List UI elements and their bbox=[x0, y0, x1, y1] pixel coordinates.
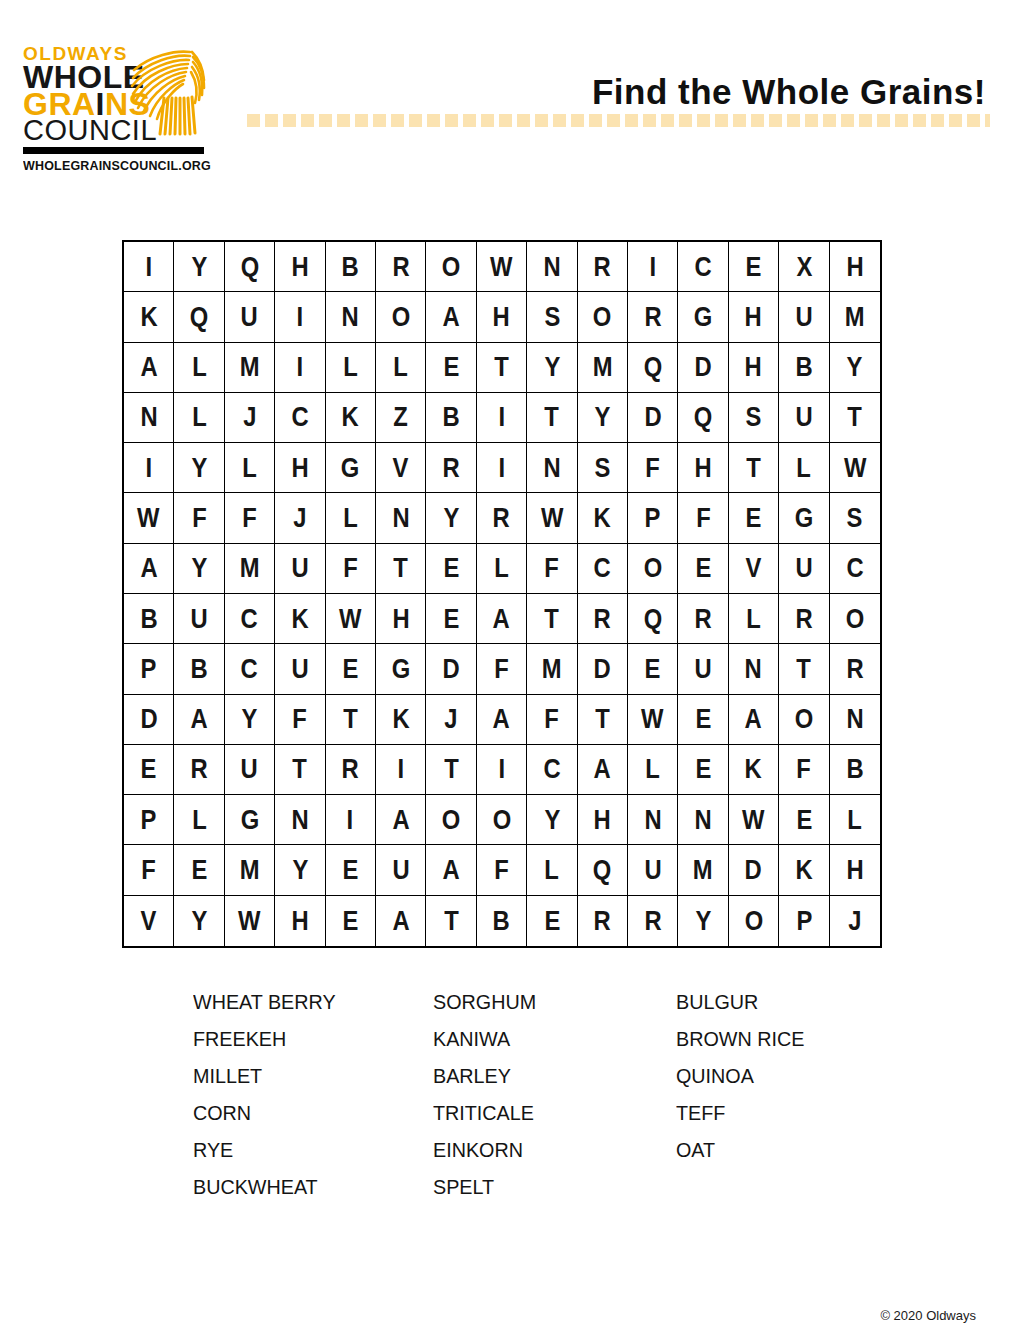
grid-letter: R bbox=[392, 251, 409, 283]
grid-cell[interactable]: S bbox=[830, 493, 880, 543]
grid-cell[interactable]: R bbox=[578, 242, 628, 292]
grid-letter: R bbox=[694, 603, 711, 635]
grid-cell[interactable]: Y bbox=[527, 795, 577, 845]
grid-cell[interactable]: B bbox=[426, 393, 476, 443]
grid-cell[interactable]: F bbox=[326, 544, 376, 594]
grid-letter: T bbox=[343, 703, 358, 735]
grid-cell[interactable]: C bbox=[225, 594, 275, 644]
grid-cell[interactable]: E bbox=[174, 845, 224, 895]
grid-cell[interactable]: N bbox=[326, 292, 376, 342]
copyright: © 2020 Oldways bbox=[880, 1308, 976, 1323]
grid-letter: U bbox=[644, 854, 661, 886]
grid-letter: U bbox=[291, 552, 308, 584]
grid-cell[interactable]: E bbox=[678, 695, 728, 745]
grid-cell[interactable]: O bbox=[477, 795, 527, 845]
grid-cell[interactable]: A bbox=[426, 845, 476, 895]
grid-letter: O bbox=[744, 905, 763, 937]
grid-letter: L bbox=[746, 603, 761, 635]
grid-letter: A bbox=[493, 703, 510, 735]
grid-letter: U bbox=[392, 854, 409, 886]
grid-cell[interactable]: C bbox=[275, 393, 325, 443]
grid-cell[interactable]: E bbox=[326, 896, 376, 946]
grid-cell[interactable]: C bbox=[830, 544, 880, 594]
grid-letter: B bbox=[795, 351, 812, 383]
word-list-item: BROWN RICE bbox=[676, 1020, 804, 1057]
grid-cell[interactable]: E bbox=[426, 594, 476, 644]
grid-letter: C bbox=[241, 603, 258, 635]
grid-letter: E bbox=[141, 753, 157, 785]
grid-cell[interactable]: Z bbox=[376, 393, 426, 443]
grid-cell[interactable]: U bbox=[779, 292, 829, 342]
grid-cell[interactable]: K bbox=[326, 393, 376, 443]
grid-cell[interactable]: W bbox=[527, 493, 577, 543]
grid-cell[interactable]: H bbox=[830, 242, 880, 292]
grid-cell[interactable]: Y bbox=[275, 845, 325, 895]
grid-letter: I bbox=[498, 401, 505, 433]
grid-cell[interactable]: B bbox=[477, 896, 527, 946]
grid-letter: T bbox=[393, 552, 408, 584]
grid-cell[interactable]: M bbox=[225, 544, 275, 594]
grid-letter: I bbox=[297, 301, 304, 333]
grid-cell[interactable]: P bbox=[628, 493, 678, 543]
grid-letter: E bbox=[645, 653, 661, 685]
grid-cell[interactable]: T bbox=[527, 594, 577, 644]
grid-letter: F bbox=[494, 854, 509, 886]
grid-cell[interactable]: N bbox=[527, 443, 577, 493]
grid-cell[interactable]: F bbox=[779, 745, 829, 795]
grid-cell[interactable]: R bbox=[326, 745, 376, 795]
grid-cell[interactable]: Y bbox=[174, 896, 224, 946]
grid-letter: Q bbox=[240, 251, 259, 283]
grid-cell[interactable]: R bbox=[628, 292, 678, 342]
grid-letter: K bbox=[795, 854, 812, 886]
grid-letter: F bbox=[797, 753, 812, 785]
grid-letter: W bbox=[844, 452, 866, 484]
grid-cell[interactable]: W bbox=[477, 242, 527, 292]
grid-cell[interactable]: M bbox=[225, 343, 275, 393]
grid-cell[interactable]: E bbox=[326, 644, 376, 694]
grid-letter: E bbox=[695, 753, 711, 785]
grid-cell[interactable]: I bbox=[124, 242, 174, 292]
grid-letter: U bbox=[291, 653, 308, 685]
grid-letter: S bbox=[594, 452, 610, 484]
grid-cell[interactable]: N bbox=[628, 795, 678, 845]
grid-cell[interactable]: Y bbox=[578, 393, 628, 443]
grid-letter: D bbox=[694, 351, 711, 383]
grid-cell[interactable]: A bbox=[376, 896, 426, 946]
grid-cell[interactable]: L bbox=[628, 745, 678, 795]
grid-cell[interactable]: L bbox=[225, 443, 275, 493]
grid-letter: J bbox=[243, 401, 256, 433]
grid-cell[interactable]: U bbox=[275, 544, 325, 594]
grid-cell[interactable]: U bbox=[678, 644, 728, 694]
grid-cell[interactable]: C bbox=[678, 242, 728, 292]
grid-cell[interactable]: E bbox=[678, 544, 728, 594]
grid-letter: M bbox=[592, 351, 612, 383]
grid-letter: R bbox=[442, 452, 459, 484]
grid-cell[interactable]: I bbox=[477, 745, 527, 795]
grid-cell[interactable]: E bbox=[527, 896, 577, 946]
grid-cell[interactable]: N bbox=[124, 393, 174, 443]
grid-cell[interactable]: V bbox=[376, 443, 426, 493]
grid-letter: I bbox=[498, 452, 505, 484]
grid-cell[interactable]: F bbox=[678, 493, 728, 543]
grid-cell[interactable]: H bbox=[477, 292, 527, 342]
grid-letter: H bbox=[846, 251, 863, 283]
word-list-item: WHEAT BERRY bbox=[193, 983, 336, 1020]
grid-cell[interactable]: W bbox=[628, 695, 678, 745]
grid-letter: P bbox=[141, 804, 157, 836]
grid-letter: H bbox=[745, 351, 762, 383]
grid-cell[interactable]: L bbox=[729, 594, 779, 644]
grid-letter: S bbox=[544, 301, 560, 333]
grid-cell[interactable]: H bbox=[578, 795, 628, 845]
grid-cell[interactable]: F bbox=[527, 695, 577, 745]
grid-cell[interactable]: K bbox=[124, 292, 174, 342]
grid-letter: N bbox=[543, 251, 560, 283]
grid-letter: Y bbox=[191, 552, 207, 584]
grid-letter: V bbox=[746, 552, 762, 584]
grid-letter: A bbox=[493, 603, 510, 635]
grid-cell[interactable]: F bbox=[275, 695, 325, 745]
grid-cell[interactable]: N bbox=[527, 242, 577, 292]
grid-cell[interactable]: Y bbox=[225, 695, 275, 745]
grid-letter: W bbox=[541, 502, 563, 534]
grid-cell[interactable]: J bbox=[426, 695, 476, 745]
grid-cell[interactable]: F bbox=[477, 644, 527, 694]
grid-cell[interactable]: L bbox=[326, 343, 376, 393]
grid-cell[interactable]: T bbox=[426, 745, 476, 795]
grid-letter: T bbox=[797, 653, 812, 685]
word-list-item: FREEKEH bbox=[193, 1020, 336, 1057]
grid-cell[interactable]: O bbox=[426, 242, 476, 292]
grid-cell[interactable]: U bbox=[779, 393, 829, 443]
grid-letter: E bbox=[342, 854, 358, 886]
grid-cell[interactable]: O bbox=[729, 896, 779, 946]
grid-cell[interactable]: N bbox=[830, 695, 880, 745]
grid-cell[interactable]: G bbox=[678, 292, 728, 342]
grid-cell[interactable]: R bbox=[578, 594, 628, 644]
grid-cell[interactable]: E bbox=[779, 795, 829, 845]
grid-cell[interactable]: Y bbox=[527, 343, 577, 393]
grid-cell[interactable]: Y bbox=[174, 242, 224, 292]
grid-cell[interactable]: E bbox=[426, 544, 476, 594]
grid-cell[interactable]: L bbox=[830, 795, 880, 845]
word-list-item: QUINOA bbox=[676, 1057, 804, 1094]
grid-letter: F bbox=[696, 502, 711, 534]
grid-cell[interactable]: O bbox=[376, 292, 426, 342]
grid-cell[interactable]: X bbox=[779, 242, 829, 292]
grid-letter: T bbox=[848, 401, 863, 433]
grid-letter: O bbox=[846, 603, 865, 635]
grid-cell[interactable]: R bbox=[628, 896, 678, 946]
grid-cell[interactable]: L bbox=[174, 343, 224, 393]
grid-cell[interactable]: G bbox=[376, 644, 426, 694]
grid-cell[interactable]: D bbox=[426, 644, 476, 694]
grid-cell[interactable]: S bbox=[578, 443, 628, 493]
grid-cell[interactable]: S bbox=[729, 393, 779, 443]
grid-cell[interactable]: N bbox=[678, 795, 728, 845]
grid-cell[interactable]: E bbox=[729, 493, 779, 543]
grid-cell[interactable]: A bbox=[124, 343, 174, 393]
grid-letter: G bbox=[795, 502, 814, 534]
grid-cell[interactable]: M bbox=[678, 845, 728, 895]
grid-cell[interactable]: I bbox=[477, 393, 527, 443]
grid-cell[interactable]: L bbox=[174, 795, 224, 845]
grid-cell[interactable]: M bbox=[578, 343, 628, 393]
grid-cell[interactable]: L bbox=[527, 845, 577, 895]
grid-cell[interactable]: L bbox=[779, 443, 829, 493]
grid-cell[interactable]: T bbox=[326, 695, 376, 745]
grid-letter: U bbox=[795, 552, 812, 584]
grid-cell[interactable]: I bbox=[275, 343, 325, 393]
logo-website-text: WHOLEGRAINSCOUNCIL.ORG bbox=[23, 158, 201, 173]
grid-letter: L bbox=[192, 351, 207, 383]
grid-letter: U bbox=[190, 603, 207, 635]
grid-cell[interactable]: A bbox=[477, 695, 527, 745]
grid-cell[interactable]: Y bbox=[678, 896, 728, 946]
grid-cell[interactable]: P bbox=[124, 795, 174, 845]
grid-cell[interactable]: K bbox=[779, 845, 829, 895]
grid-cell[interactable]: N bbox=[729, 644, 779, 694]
grid-cell[interactable]: K bbox=[275, 594, 325, 644]
grid-cell[interactable]: U bbox=[628, 845, 678, 895]
grid-letter: O bbox=[442, 251, 461, 283]
grid-cell[interactable]: O bbox=[830, 594, 880, 644]
grid-letter: D bbox=[442, 653, 459, 685]
grid-cell[interactable]: I bbox=[477, 443, 527, 493]
grid-cell[interactable]: O bbox=[628, 544, 678, 594]
word-list-item: SPELT bbox=[433, 1168, 536, 1205]
grid-cell[interactable]: O bbox=[426, 795, 476, 845]
grid-cell[interactable]: B bbox=[174, 644, 224, 694]
grid-cell[interactable]: I bbox=[275, 292, 325, 342]
grid-cell[interactable]: F bbox=[477, 845, 527, 895]
grid-cell[interactable]: R bbox=[376, 242, 426, 292]
grid-cell[interactable]: J bbox=[275, 493, 325, 543]
grid-cell[interactable]: Q bbox=[628, 343, 678, 393]
grid-cell[interactable]: R bbox=[678, 594, 728, 644]
grid-cell[interactable]: D bbox=[678, 343, 728, 393]
grid-letter: S bbox=[847, 502, 863, 534]
grid-cell[interactable]: O bbox=[578, 292, 628, 342]
grid-cell[interactable]: E bbox=[426, 343, 476, 393]
grid-cell[interactable]: A bbox=[376, 795, 426, 845]
grid-cell[interactable]: B bbox=[779, 343, 829, 393]
grid-letter: J bbox=[848, 905, 861, 937]
grid-cell[interactable]: H bbox=[376, 594, 426, 644]
grid-letter: L bbox=[848, 804, 863, 836]
grid-letter: B bbox=[493, 905, 510, 937]
grid-cell[interactable]: F bbox=[124, 845, 174, 895]
grid-cell[interactable]: U bbox=[779, 544, 829, 594]
grid-letter: H bbox=[846, 854, 863, 886]
grid-letter: G bbox=[240, 804, 259, 836]
grid-cell[interactable]: E bbox=[326, 845, 376, 895]
grid-letter: Y bbox=[847, 351, 863, 383]
grid-cell[interactable]: R bbox=[426, 443, 476, 493]
grid-cell[interactable]: Q bbox=[628, 594, 678, 644]
grid-cell[interactable]: Q bbox=[225, 242, 275, 292]
grid-letter: I bbox=[498, 753, 505, 785]
grid-cell[interactable]: I bbox=[376, 745, 426, 795]
grid-cell[interactable]: Y bbox=[426, 493, 476, 543]
grid-cell[interactable]: A bbox=[174, 695, 224, 745]
grid-cell[interactable]: B bbox=[124, 594, 174, 644]
grid-cell[interactable]: H bbox=[830, 845, 880, 895]
grid-letter: N bbox=[543, 452, 560, 484]
grid-cell[interactable]: K bbox=[729, 745, 779, 795]
grid-cell[interactable]: U bbox=[275, 644, 325, 694]
grid-cell[interactable]: O bbox=[779, 695, 829, 745]
grid-cell[interactable]: L bbox=[326, 493, 376, 543]
grid-cell[interactable]: W bbox=[124, 493, 174, 543]
grid-cell[interactable]: G bbox=[225, 795, 275, 845]
grid-cell[interactable]: C bbox=[527, 745, 577, 795]
grid-cell[interactable]: F bbox=[527, 544, 577, 594]
grid-cell[interactable]: H bbox=[729, 343, 779, 393]
grid-cell[interactable]: T bbox=[527, 393, 577, 443]
grid-cell[interactable]: U bbox=[225, 745, 275, 795]
grid-cell[interactable]: H bbox=[275, 443, 325, 493]
grid-cell[interactable]: T bbox=[376, 544, 426, 594]
grid-cell[interactable]: D bbox=[628, 393, 678, 443]
grid-cell[interactable]: W bbox=[326, 594, 376, 644]
grid-letter: F bbox=[645, 452, 660, 484]
grid-cell[interactable]: E bbox=[678, 745, 728, 795]
grid-cell[interactable]: N bbox=[376, 493, 426, 543]
grid-letter: Y bbox=[191, 251, 207, 283]
grid-letter: C bbox=[594, 552, 611, 584]
grid-letter: H bbox=[594, 804, 611, 836]
grid-cell[interactable]: T bbox=[779, 644, 829, 694]
grid-cell[interactable]: V bbox=[729, 544, 779, 594]
grid-cell[interactable]: K bbox=[376, 695, 426, 745]
grid-cell[interactable]: W bbox=[225, 896, 275, 946]
grid-cell[interactable]: I bbox=[124, 443, 174, 493]
grid-letter: F bbox=[494, 653, 509, 685]
grid-cell[interactable]: M bbox=[527, 644, 577, 694]
word-list-item: TEFF bbox=[676, 1094, 804, 1131]
grid-cell[interactable]: H bbox=[678, 443, 728, 493]
grid-cell[interactable]: B bbox=[830, 745, 880, 795]
grid-cell[interactable]: D bbox=[124, 695, 174, 745]
grid-cell[interactable]: F bbox=[628, 443, 678, 493]
grid-cell[interactable]: R bbox=[578, 896, 628, 946]
grid-cell[interactable]: M bbox=[830, 292, 880, 342]
word-list-item: MILLET bbox=[193, 1057, 336, 1094]
grid-letter: C bbox=[694, 251, 711, 283]
grid-letter: R bbox=[594, 603, 611, 635]
grid-cell[interactable]: T bbox=[477, 343, 527, 393]
grid-cell[interactable]: N bbox=[275, 795, 325, 845]
grid-cell[interactable]: Q bbox=[174, 292, 224, 342]
grid-cell[interactable]: T bbox=[830, 393, 880, 443]
grid-cell[interactable]: D bbox=[729, 845, 779, 895]
grid-cell[interactable]: E bbox=[628, 644, 678, 694]
grid-cell[interactable]: A bbox=[578, 745, 628, 795]
grid-letter: E bbox=[695, 552, 711, 584]
grid-cell[interactable]: E bbox=[124, 745, 174, 795]
grid-cell[interactable]: W bbox=[729, 795, 779, 845]
grid-letter: I bbox=[649, 251, 656, 283]
grid-cell[interactable]: M bbox=[225, 845, 275, 895]
grid-cell[interactable]: Y bbox=[174, 544, 224, 594]
grid-letter: H bbox=[291, 905, 308, 937]
grid-cell[interactable]: A bbox=[477, 594, 527, 644]
grid-cell[interactable]: P bbox=[779, 896, 829, 946]
grid-cell[interactable]: A bbox=[124, 544, 174, 594]
grid-cell[interactable]: T bbox=[729, 443, 779, 493]
word-list-item: KANIWA bbox=[433, 1020, 536, 1057]
grid-cell[interactable]: F bbox=[174, 493, 224, 543]
grid-cell[interactable]: W bbox=[830, 443, 880, 493]
grid-letter: E bbox=[746, 502, 762, 534]
grid-cell[interactable]: T bbox=[275, 745, 325, 795]
grid-cell[interactable]: R bbox=[830, 644, 880, 694]
grid-cell[interactable]: Q bbox=[678, 393, 728, 443]
grid-cell[interactable]: F bbox=[225, 493, 275, 543]
grid-cell[interactable]: J bbox=[225, 393, 275, 443]
grid-cell[interactable]: S bbox=[527, 292, 577, 342]
grid-cell[interactable]: Y bbox=[174, 443, 224, 493]
grid-cell[interactable]: L bbox=[477, 544, 527, 594]
grid-cell[interactable]: R bbox=[174, 745, 224, 795]
grid-cell[interactable]: R bbox=[779, 594, 829, 644]
grid-cell[interactable]: L bbox=[174, 393, 224, 443]
grid-cell[interactable]: C bbox=[225, 644, 275, 694]
grid-letter: E bbox=[443, 351, 459, 383]
grid-letter: N bbox=[846, 703, 863, 735]
grid-cell[interactable]: L bbox=[376, 343, 426, 393]
grid-cell[interactable]: I bbox=[628, 242, 678, 292]
grid-cell[interactable]: P bbox=[124, 644, 174, 694]
grid-cell[interactable]: J bbox=[830, 896, 880, 946]
grid-cell[interactable]: D bbox=[578, 644, 628, 694]
grid-cell[interactable]: H bbox=[729, 292, 779, 342]
grid-cell[interactable]: U bbox=[376, 845, 426, 895]
grid-cell[interactable]: U bbox=[174, 594, 224, 644]
grid-cell[interactable]: T bbox=[578, 695, 628, 745]
grid-cell[interactable]: Q bbox=[578, 845, 628, 895]
grid-letter: K bbox=[291, 603, 308, 635]
grid-cell[interactable]: Y bbox=[830, 343, 880, 393]
grid-letter: W bbox=[490, 251, 512, 283]
grid-cell[interactable]: U bbox=[225, 292, 275, 342]
grid-letter: A bbox=[594, 753, 611, 785]
grid-cell[interactable]: C bbox=[578, 544, 628, 594]
grid-cell[interactable]: K bbox=[578, 493, 628, 543]
grid-letter: A bbox=[442, 301, 459, 333]
grid-cell[interactable]: A bbox=[426, 292, 476, 342]
grid-cell[interactable]: V bbox=[124, 896, 174, 946]
grid-letter: V bbox=[141, 905, 157, 937]
grid-cell[interactable]: A bbox=[729, 695, 779, 745]
grid-cell[interactable]: H bbox=[275, 896, 325, 946]
grid-cell[interactable]: I bbox=[326, 795, 376, 845]
grid-cell[interactable]: R bbox=[477, 493, 527, 543]
grid-letter: T bbox=[293, 753, 308, 785]
word-list-item: BARLEY bbox=[433, 1057, 536, 1094]
grid-letter: O bbox=[391, 301, 410, 333]
grid-cell[interactable]: G bbox=[326, 443, 376, 493]
grid-cell[interactable]: E bbox=[729, 242, 779, 292]
grid-cell[interactable]: B bbox=[326, 242, 376, 292]
grid-cell[interactable]: T bbox=[426, 896, 476, 946]
grid-cell[interactable]: H bbox=[275, 242, 325, 292]
grid-letter: P bbox=[141, 653, 157, 685]
grid-cell[interactable]: G bbox=[779, 493, 829, 543]
